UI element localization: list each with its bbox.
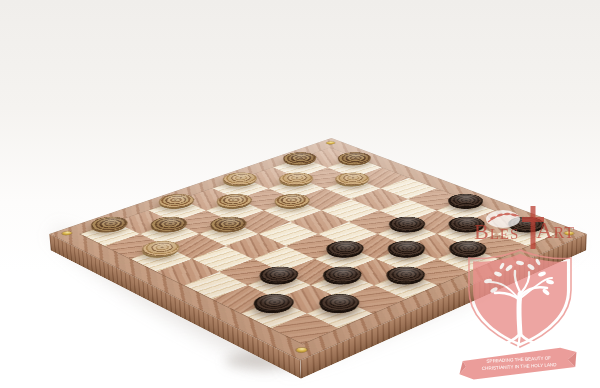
playing-area — [80, 148, 555, 344]
brass-inlay-icon — [294, 347, 309, 354]
checker-piece-dark[interactable] — [319, 238, 372, 260]
checkers-board-wrap — [49, 138, 586, 360]
checkers-board — [49, 138, 586, 360]
ribbon-tagline-line2: CHRISTIANITY IN THE HOLY LAND — [482, 362, 558, 371]
brass-inlay-icon — [61, 231, 74, 236]
checker-piece-light[interactable] — [84, 214, 135, 234]
brass-inlay-icon — [563, 231, 576, 236]
board-square[interactable] — [272, 314, 338, 344]
logo-ribbon: SPREADING THE BEAUTY OF CHRISTIANITY IN … — [455, 345, 584, 384]
scene: Bles Art — [0, 0, 600, 388]
ribbon-tagline-line1: SPREADING THE BEAUTY OF — [486, 355, 551, 363]
brass-inlay-icon — [325, 141, 336, 145]
